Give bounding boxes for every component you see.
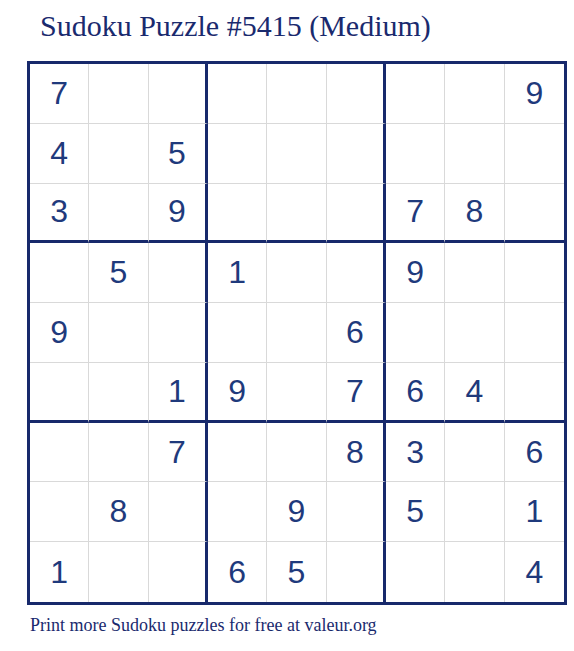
sudoku-cell-empty [89,124,148,184]
sudoku-cell-empty [505,184,564,244]
sudoku-cell-given: 1 [149,363,208,423]
sudoku-cell-empty [89,542,148,602]
sudoku-cell-empty [327,482,386,542]
sudoku-cell-empty [267,64,326,124]
sudoku-cell-given: 5 [89,243,148,303]
sudoku-cell-empty [445,124,504,184]
sudoku-cell-given: 8 [327,423,386,483]
sudoku-cell-given: 1 [30,542,89,602]
sudoku-cell-empty [505,124,564,184]
sudoku-cell-given: 5 [267,542,326,602]
sudoku-cell-empty [505,303,564,363]
sudoku-cell-empty [267,184,326,244]
sudoku-cell-given: 8 [445,184,504,244]
sudoku-cell-given: 6 [327,303,386,363]
sudoku-cell-empty [386,303,445,363]
sudoku-cell-given: 7 [327,363,386,423]
sudoku-cell-given: 5 [386,482,445,542]
sudoku-cell-given: 5 [149,124,208,184]
sudoku-cell-empty [327,184,386,244]
sudoku-cell-empty [149,64,208,124]
sudoku-cell-given: 4 [445,363,504,423]
sudoku-cell-given: 1 [505,482,564,542]
sudoku-cell-empty [208,423,267,483]
sudoku-cell-empty [505,363,564,423]
sudoku-cell-given: 9 [267,482,326,542]
sudoku-cell-given: 9 [386,243,445,303]
sudoku-cell-empty [327,64,386,124]
sudoku-cell-given: 3 [386,423,445,483]
sudoku-cell-empty [267,363,326,423]
sudoku-cell-given: 7 [149,423,208,483]
sudoku-cell-given: 9 [149,184,208,244]
sudoku-cell-empty [445,243,504,303]
sudoku-cell-empty [327,542,386,602]
sudoku-cell-empty [30,482,89,542]
sudoku-cell-given: 6 [505,423,564,483]
sudoku-cell-empty [149,303,208,363]
page-title: Sudoku Puzzle #5415 (Medium) [40,11,431,41]
sudoku-cell-given: 9 [208,363,267,423]
sudoku-cell-empty [505,243,564,303]
sudoku-cell-given: 6 [208,542,267,602]
sudoku-cell-given: 9 [505,64,564,124]
sudoku-cell-given: 4 [505,542,564,602]
sudoku-cell-empty [386,542,445,602]
sudoku-cell-empty [386,124,445,184]
sudoku-cell-empty [445,303,504,363]
sudoku-cell-empty [445,423,504,483]
sudoku-cell-empty [149,482,208,542]
sudoku-cell-empty [267,243,326,303]
sudoku-cell-given: 6 [386,363,445,423]
sudoku-cell-given: 1 [208,243,267,303]
sudoku-cell-empty [89,184,148,244]
sudoku-cell-empty [89,303,148,363]
sudoku-cell-empty [386,64,445,124]
sudoku-cell-empty [208,303,267,363]
sudoku-cell-empty [149,243,208,303]
sudoku-cell-empty [208,64,267,124]
sudoku-cell-empty [208,184,267,244]
sudoku-cell-given: 3 [30,184,89,244]
sudoku-cell-empty [267,423,326,483]
sudoku-cell-empty [208,124,267,184]
sudoku-cell-empty [267,303,326,363]
sudoku-cell-given: 8 [89,482,148,542]
sudoku-cell-empty [89,423,148,483]
sudoku-cell-empty [445,64,504,124]
sudoku-cell-empty [327,243,386,303]
sudoku-cell-empty [30,363,89,423]
sudoku-cell-given: 7 [30,64,89,124]
sudoku-cell-given: 9 [30,303,89,363]
sudoku-cell-empty [89,64,148,124]
sudoku-cell-empty [30,243,89,303]
sudoku-cell-given: 7 [386,184,445,244]
sudoku-cell-empty [445,482,504,542]
sudoku-cell-empty [30,423,89,483]
sudoku-cell-empty [267,124,326,184]
sudoku-cell-empty [445,542,504,602]
sudoku-cell-empty [149,542,208,602]
sudoku-cell-given: 4 [30,124,89,184]
sudoku-board: 794539785199619764783689511654 [27,61,567,605]
sudoku-cell-empty [208,482,267,542]
footer-credit: Print more Sudoku puzzles for free at va… [30,615,377,637]
sudoku-cell-empty [327,124,386,184]
sudoku-cell-empty [89,363,148,423]
